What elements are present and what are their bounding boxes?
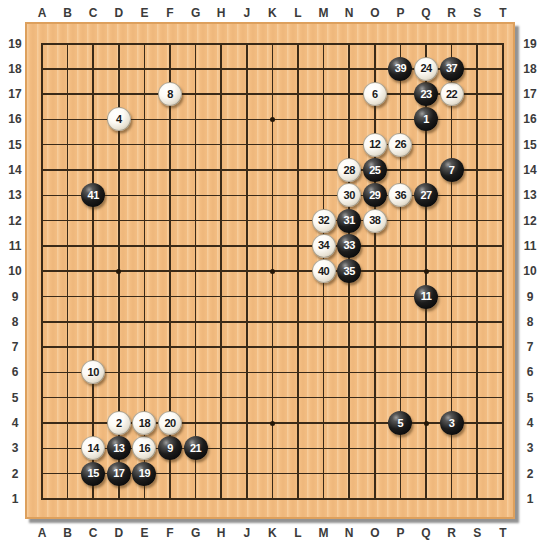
col-label-bottom-l: L (286, 524, 310, 542)
move-number: 5 (398, 418, 404, 429)
move-number: 11 (421, 291, 432, 302)
move-number: 33 (344, 240, 355, 251)
col-label-top-k: K (260, 4, 284, 22)
row-label-right-8: 8 (517, 313, 543, 331)
stone-black-e2: 19 (132, 462, 156, 486)
move-number: 18 (139, 418, 150, 429)
row-label-right-13: 13 (517, 186, 543, 204)
grid-line-vertical (502, 43, 504, 500)
stone-white-o15: 12 (363, 133, 387, 157)
row-label-right-6: 6 (517, 363, 543, 381)
stone-white-r17: 22 (440, 82, 464, 106)
move-number: 30 (344, 190, 355, 201)
move-number: 4 (116, 114, 122, 125)
stone-black-p18: 39 (388, 57, 412, 81)
col-label-bottom-p: P (388, 524, 412, 542)
stone-black-q13: 27 (414, 183, 438, 207)
col-label-top-o: O (363, 4, 387, 22)
move-number: 8 (167, 89, 173, 100)
move-number: 35 (344, 266, 355, 277)
move-number: 32 (318, 215, 329, 226)
move-number: 34 (318, 240, 329, 251)
col-label-bottom-q: Q (414, 524, 438, 542)
col-label-bottom-b: B (56, 524, 80, 542)
col-label-bottom-r: R (440, 524, 464, 542)
grid-line-vertical (374, 43, 376, 500)
go-game-viewer: 1234567891011121314151617181920212223242… (0, 0, 550, 550)
stone-white-c3: 14 (81, 436, 105, 460)
grid-line-horizontal (41, 346, 504, 348)
stone-white-p15: 26 (388, 133, 412, 157)
stone-black-r4: 3 (440, 411, 464, 435)
col-label-top-t: T (491, 4, 515, 22)
row-label-right-7: 7 (517, 338, 543, 356)
stone-black-g3: 21 (184, 436, 208, 460)
row-label-right-16: 16 (517, 110, 543, 128)
row-label-right-5: 5 (517, 389, 543, 407)
move-number: 14 (88, 443, 99, 454)
move-number: 24 (420, 63, 431, 74)
stone-black-r14: 7 (440, 158, 464, 182)
stone-white-o17: 6 (363, 82, 387, 106)
move-number: 16 (139, 443, 150, 454)
stone-white-m12: 32 (312, 209, 336, 233)
col-label-bottom-f: F (158, 524, 182, 542)
stone-black-n12: 31 (337, 209, 361, 233)
col-label-top-e: E (132, 4, 156, 22)
move-number: 21 (190, 443, 201, 454)
stone-white-q18: 24 (414, 57, 438, 81)
stone-white-m10: 40 (312, 259, 336, 283)
stone-black-p4: 5 (388, 411, 412, 435)
move-number: 3 (449, 418, 455, 429)
col-label-bottom-h: H (209, 524, 233, 542)
row-label-right-9: 9 (517, 288, 543, 306)
stone-white-o12: 38 (363, 209, 387, 233)
col-label-top-b: B (56, 4, 80, 22)
col-label-bottom-c: C (81, 524, 105, 542)
stone-white-e3: 16 (132, 436, 156, 460)
star-point-k16 (270, 117, 275, 122)
stone-black-d3: 13 (107, 436, 131, 460)
col-label-top-h: H (209, 4, 233, 22)
row-label-right-12: 12 (517, 212, 543, 230)
move-number: 6 (372, 89, 378, 100)
move-number: 39 (395, 63, 406, 74)
move-number: 10 (88, 367, 99, 378)
row-label-right-3: 3 (517, 439, 543, 457)
col-label-top-l: L (286, 4, 310, 22)
move-number: 29 (369, 190, 380, 201)
move-number: 38 (369, 215, 380, 226)
move-number: 28 (344, 165, 355, 176)
stone-white-c6: 10 (81, 360, 105, 384)
move-number: 36 (395, 190, 406, 201)
col-label-top-f: F (158, 4, 182, 22)
star-point-k10 (270, 269, 275, 274)
move-number: 17 (113, 468, 124, 479)
stone-black-c2: 15 (81, 462, 105, 486)
grid-line-vertical (476, 43, 478, 500)
move-number: 13 (113, 443, 124, 454)
stone-white-d16: 4 (107, 107, 131, 131)
stone-white-e4: 18 (132, 411, 156, 435)
stone-black-d2: 17 (107, 462, 131, 486)
row-label-right-19: 19 (517, 35, 543, 53)
col-label-top-r: R (440, 4, 464, 22)
col-label-bottom-s: S (465, 524, 489, 542)
grid-line-horizontal (41, 397, 504, 399)
star-point-q4 (424, 421, 429, 426)
col-label-bottom-e: E (132, 524, 156, 542)
move-number: 41 (88, 190, 99, 201)
col-label-bottom-t: T (491, 524, 515, 542)
col-label-top-j: J (235, 4, 259, 22)
move-number: 25 (369, 165, 380, 176)
row-label-right-14: 14 (517, 161, 543, 179)
move-number: 31 (344, 215, 355, 226)
row-label-right-15: 15 (517, 136, 543, 154)
col-label-top-d: D (107, 4, 131, 22)
stone-white-d4: 2 (107, 411, 131, 435)
stone-white-f17: 8 (158, 82, 182, 106)
row-label-right-17: 17 (517, 85, 543, 103)
grid-line-horizontal (41, 372, 504, 374)
stone-white-f4: 20 (158, 411, 182, 435)
stone-black-o14: 25 (363, 158, 387, 182)
col-label-bottom-a: A (30, 524, 54, 542)
stone-black-q17: 23 (414, 82, 438, 106)
col-label-bottom-o: O (363, 524, 387, 542)
col-label-bottom-g: G (184, 524, 208, 542)
row-label-right-4: 4 (517, 414, 543, 432)
star-point-k4 (270, 421, 275, 426)
stone-white-p13: 36 (388, 183, 412, 207)
move-number: 1 (423, 114, 429, 125)
star-point-d10 (116, 269, 121, 274)
stone-black-f3: 9 (158, 436, 182, 460)
col-label-top-p: P (388, 4, 412, 22)
col-label-top-m: M (312, 4, 336, 22)
grid-line-vertical (297, 43, 299, 500)
move-number: 22 (446, 89, 457, 100)
move-number: 2 (116, 418, 122, 429)
col-label-bottom-k: K (260, 524, 284, 542)
grid-line-horizontal (41, 321, 504, 323)
move-number: 37 (446, 63, 457, 74)
move-number: 40 (318, 266, 329, 277)
col-label-top-c: C (81, 4, 105, 22)
grid-line-horizontal (41, 498, 504, 500)
col-label-top-n: N (337, 4, 361, 22)
col-label-bottom-n: N (337, 524, 361, 542)
move-number: 19 (139, 468, 150, 479)
stone-white-n13: 30 (337, 183, 361, 207)
col-label-top-g: G (184, 4, 208, 22)
stone-white-m11: 34 (312, 234, 336, 258)
stone-black-q9: 11 (414, 285, 438, 309)
stone-black-o13: 29 (363, 183, 387, 207)
col-label-bottom-m: M (312, 524, 336, 542)
move-number: 7 (449, 165, 455, 176)
move-number: 23 (420, 89, 431, 100)
col-label-bottom-j: J (235, 524, 259, 542)
row-label-right-11: 11 (517, 237, 543, 255)
row-label-right-10: 10 (517, 262, 543, 280)
move-number: 20 (164, 418, 175, 429)
row-label-right-18: 18 (517, 60, 543, 78)
stone-black-q16: 1 (414, 107, 438, 131)
row-label-right-2: 2 (517, 465, 543, 483)
stone-black-r18: 37 (440, 57, 464, 81)
move-number: 12 (369, 139, 380, 150)
col-label-top-s: S (465, 4, 489, 22)
stone-white-n14: 28 (337, 158, 361, 182)
col-label-top-a: A (30, 4, 54, 22)
move-number: 15 (88, 468, 99, 479)
go-board[interactable]: 1234567891011121314151617181920212223242… (25, 22, 515, 519)
stone-black-n10: 35 (337, 259, 361, 283)
col-label-bottom-d: D (107, 524, 131, 542)
stone-black-n11: 33 (337, 234, 361, 258)
stone-black-c13: 41 (81, 183, 105, 207)
col-label-top-q: Q (414, 4, 438, 22)
move-number: 26 (395, 139, 406, 150)
move-number: 27 (420, 190, 431, 201)
star-point-q10 (424, 269, 429, 274)
move-number: 9 (167, 443, 173, 454)
row-label-right-1: 1 (517, 490, 543, 508)
